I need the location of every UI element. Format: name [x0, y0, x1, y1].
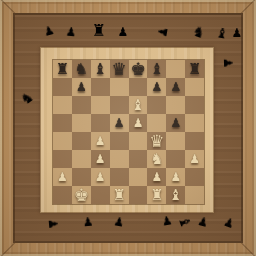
square-e4[interactable]: [129, 132, 148, 150]
white-pawn[interactable]: ♟: [57, 171, 68, 183]
square-c3[interactable]: ♟: [91, 150, 110, 168]
square-b4[interactable]: [72, 132, 91, 150]
black-rook[interactable]: ♜: [56, 62, 69, 77]
square-c2[interactable]: ♟: [91, 168, 110, 186]
square-d5[interactable]: ♟: [110, 114, 129, 132]
captured-undefined-pawn: ♟: [82, 216, 94, 229]
square-d3[interactable]: [110, 150, 129, 168]
captured-undefined-bishop: ♝: [215, 25, 230, 41]
square-b3[interactable]: [72, 150, 91, 168]
square-d8[interactable]: ♛: [110, 60, 129, 78]
black-bishop[interactable]: ♝: [150, 62, 163, 77]
square-d2[interactable]: [110, 168, 129, 186]
captured-undefined-pawn: ♟: [65, 26, 77, 39]
black-bishop[interactable]: ♝: [94, 62, 107, 77]
square-g7[interactable]: ♟: [166, 78, 185, 96]
square-c6[interactable]: [91, 96, 110, 114]
black-rook[interactable]: ♜: [188, 62, 201, 77]
square-g3[interactable]: [166, 150, 185, 168]
captured-undefined-pawn: ♟: [156, 26, 170, 39]
square-f1[interactable]: ♜: [147, 186, 166, 204]
white-bishop[interactable]: ♝: [169, 188, 182, 203]
white-pawn[interactable]: ♟: [189, 153, 200, 165]
square-g1[interactable]: ♝: [166, 186, 185, 204]
captured-undefined-pawn: [25, 221, 32, 228]
square-e5[interactable]: ♟: [129, 114, 148, 132]
white-king[interactable]: ♚: [74, 187, 89, 204]
square-h8[interactable]: ♜: [185, 60, 204, 78]
square-e6[interactable]: ♝: [129, 96, 148, 114]
square-e7[interactable]: [129, 78, 148, 96]
white-pawn[interactable]: ♟: [133, 117, 144, 129]
square-g2[interactable]: ♟: [166, 168, 185, 186]
white-rook[interactable]: ♜: [150, 188, 163, 203]
captured-undefined-pawn: ♟: [222, 57, 234, 68]
square-d6[interactable]: [110, 96, 129, 114]
captured-undefined-pawn: ♟: [118, 26, 129, 38]
square-a4[interactable]: [53, 132, 72, 150]
square-a8[interactable]: ♜: [53, 60, 72, 78]
square-a7[interactable]: [53, 78, 72, 96]
captured-undefined-pawn: ♟: [47, 218, 60, 230]
captured-undefined-rook: ♜: [92, 23, 106, 39]
board-inner-frame: ♜♞♝♛♚♝♜♟♟♟♝♟♟♟♟♛♟♞♟♟♟♟♟♚♜♜♝: [40, 47, 214, 213]
square-h1[interactable]: [185, 186, 204, 204]
square-b8[interactable]: ♞: [72, 60, 91, 78]
captured-undefined-pawn: [225, 189, 232, 196]
square-g8[interactable]: [166, 60, 185, 78]
black-pawn[interactable]: ♟: [170, 81, 181, 93]
square-c8[interactable]: ♝: [91, 60, 110, 78]
square-f4[interactable]: ♛: [147, 132, 166, 150]
square-b6[interactable]: [72, 96, 91, 114]
square-a6[interactable]: [53, 96, 72, 114]
square-c5[interactable]: [91, 114, 110, 132]
captured-undefined-pawn: [23, 60, 30, 67]
captured-undefined-pawn: ♟: [232, 27, 243, 39]
square-c1[interactable]: [91, 186, 110, 204]
square-f3[interactable]: ♞: [147, 150, 166, 168]
square-d4[interactable]: [110, 132, 129, 150]
square-h5[interactable]: [185, 114, 204, 132]
square-h6[interactable]: [185, 96, 204, 114]
white-queen[interactable]: ♛: [149, 133, 164, 150]
square-g4[interactable]: [166, 132, 185, 150]
white-knight[interactable]: ♞: [150, 152, 163, 167]
white-pawn[interactable]: ♟: [95, 135, 106, 147]
black-pawn[interactable]: ♟: [76, 81, 87, 93]
square-e2[interactable]: [129, 168, 148, 186]
square-d1[interactable]: ♜: [110, 186, 129, 204]
black-pawn[interactable]: ♟: [152, 81, 163, 93]
black-queen[interactable]: ♛: [111, 61, 126, 78]
square-a1[interactable]: [53, 186, 72, 204]
square-f7[interactable]: ♟: [147, 78, 166, 96]
captured-undefined-pawn: [24, 187, 31, 194]
captured-undefined-pawn: ♟: [161, 214, 174, 228]
square-h2[interactable]: [185, 168, 204, 186]
square-f2[interactable]: ♟: [147, 168, 166, 186]
square-f5[interactable]: [147, 114, 166, 132]
square-a3[interactable]: [53, 150, 72, 168]
captured-undefined-pawn: [24, 124, 31, 131]
square-e3[interactable]: [129, 150, 148, 168]
square-a2[interactable]: ♟: [53, 168, 72, 186]
chess-board-photo: ♜♞♝♛♚♝♜♟♟♟♝♟♟♟♟♛♟♞♟♟♟♟♟♚♜♜♝ ♟♟♜♟♟♞♝♟♞♟♟♟…: [0, 0, 256, 256]
white-pawn[interactable]: ♟: [152, 171, 163, 183]
white-pawn[interactable]: ♟: [95, 171, 106, 183]
white-bishop[interactable]: ♝: [131, 98, 144, 113]
square-h4[interactable]: [185, 132, 204, 150]
black-knight[interactable]: ♞: [75, 62, 88, 77]
square-a5[interactable]: [53, 114, 72, 132]
square-c7[interactable]: [91, 78, 110, 96]
black-pawn[interactable]: ♟: [170, 117, 181, 129]
square-b7[interactable]: ♟: [72, 78, 91, 96]
square-e8[interactable]: ♚: [129, 60, 148, 78]
black-pawn[interactable]: ♟: [114, 117, 125, 129]
square-g6[interactable]: [166, 96, 185, 114]
captured-undefined-pawn: ♟: [113, 215, 126, 229]
square-b1[interactable]: ♚: [72, 186, 91, 204]
white-pawn[interactable]: ♟: [95, 153, 106, 165]
square-f8[interactable]: ♝: [147, 60, 166, 78]
white-pawn[interactable]: ♟: [170, 171, 181, 183]
square-g5[interactable]: ♟: [166, 114, 185, 132]
square-f6[interactable]: [147, 96, 166, 114]
square-b5[interactable]: [72, 114, 91, 132]
square-d7[interactable]: [110, 78, 129, 96]
square-h7[interactable]: [185, 78, 204, 96]
black-king[interactable]: ♚: [130, 61, 145, 78]
square-b2[interactable]: [72, 168, 91, 186]
square-c4[interactable]: ♟: [91, 132, 110, 150]
board-grid: ♜♞♝♛♚♝♜♟♟♟♝♟♟♟♟♛♟♞♟♟♟♟♟♚♜♜♝: [52, 59, 205, 205]
square-e1[interactable]: [129, 186, 148, 204]
square-h3[interactable]: ♟: [185, 150, 204, 168]
white-rook[interactable]: ♜: [112, 188, 125, 203]
